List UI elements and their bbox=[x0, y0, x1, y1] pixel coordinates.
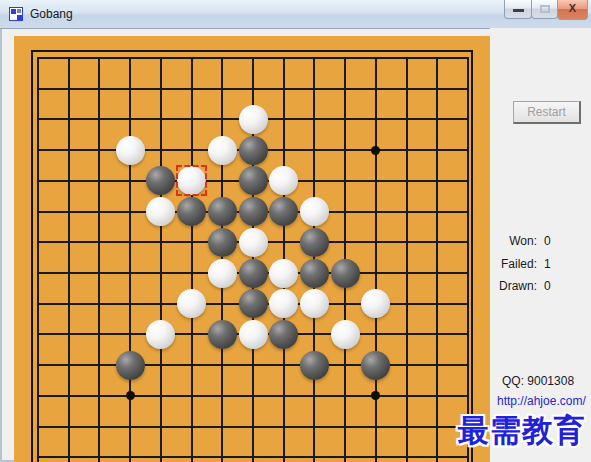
grid-line-vertical bbox=[191, 57, 193, 462]
stone-black bbox=[239, 197, 268, 226]
board-panel[interactable] bbox=[14, 36, 490, 462]
stone-black bbox=[269, 320, 298, 349]
last-move-marker bbox=[176, 165, 207, 196]
stone-black bbox=[239, 166, 268, 195]
minimize-icon bbox=[513, 9, 524, 12]
stat-drawn-value: 0 bbox=[544, 279, 564, 293]
stone-white bbox=[239, 105, 268, 134]
grid-line-vertical bbox=[467, 57, 469, 462]
stone-black bbox=[208, 197, 237, 226]
stat-failed-label: Failed: bbox=[490, 257, 537, 271]
stone-white bbox=[300, 197, 329, 226]
stat-failed: Failed: 1 bbox=[490, 257, 591, 273]
stat-won: Won: 0 bbox=[490, 234, 591, 250]
app-icon bbox=[9, 7, 23, 21]
website-link[interactable]: http://ahjoe.com/ bbox=[497, 394, 586, 408]
stone-white bbox=[239, 320, 268, 349]
stone-black bbox=[331, 259, 360, 288]
grid-line-vertical bbox=[436, 57, 438, 462]
grid-line-vertical bbox=[160, 57, 162, 462]
window-controls: X bbox=[504, 0, 588, 20]
stone-white bbox=[239, 228, 268, 257]
grid-line-vertical bbox=[129, 57, 131, 462]
stat-won-label: Won: bbox=[490, 234, 537, 248]
close-button[interactable]: X bbox=[557, 0, 588, 20]
stone-black bbox=[239, 289, 268, 318]
qq-contact: QQ: 9001308 bbox=[502, 374, 574, 388]
window-title: Gobang bbox=[30, 7, 73, 21]
stone-black bbox=[177, 197, 206, 226]
minimize-button[interactable] bbox=[504, 0, 532, 19]
star-point bbox=[126, 391, 135, 400]
grid-line-horizontal bbox=[37, 395, 469, 397]
grid-line-horizontal bbox=[37, 456, 469, 458]
stone-black bbox=[239, 259, 268, 288]
grid-line-horizontal bbox=[37, 426, 469, 428]
grid-line-vertical bbox=[406, 57, 408, 462]
watermark-text: 最需教育 bbox=[458, 410, 586, 452]
stat-failed-value: 1 bbox=[544, 257, 564, 271]
stone-black bbox=[300, 351, 329, 380]
star-point bbox=[371, 146, 380, 155]
maximize-icon bbox=[540, 5, 550, 13]
stone-white bbox=[208, 136, 237, 165]
stat-drawn-label: Drawn: bbox=[490, 279, 537, 293]
stat-won-value: 0 bbox=[544, 234, 564, 248]
close-icon: X bbox=[558, 2, 587, 14]
stone-black bbox=[361, 351, 390, 380]
gobang-window: Gobang X Restart Won: 0 Failed: 1 Draw bbox=[0, 0, 591, 462]
stone-black bbox=[208, 228, 237, 257]
stone-black bbox=[208, 320, 237, 349]
side-panel: Restart Won: 0 Failed: 1 Drawn: 0 QQ: 90… bbox=[490, 28, 591, 462]
title-bar[interactable]: Gobang X bbox=[0, 0, 591, 29]
restart-button[interactable]: Restart bbox=[513, 101, 581, 124]
stone-white bbox=[208, 259, 237, 288]
stone-white bbox=[331, 320, 360, 349]
grid-line-horizontal bbox=[37, 364, 469, 366]
stone-black bbox=[300, 228, 329, 257]
stone-black bbox=[116, 351, 145, 380]
stone-white bbox=[300, 289, 329, 318]
stone-black bbox=[300, 259, 329, 288]
stone-white bbox=[269, 259, 298, 288]
maximize-button bbox=[531, 0, 558, 19]
stone-white bbox=[116, 136, 145, 165]
stat-drawn: Drawn: 0 bbox=[490, 279, 591, 295]
grid-line-vertical bbox=[375, 57, 377, 462]
stone-black bbox=[239, 136, 268, 165]
